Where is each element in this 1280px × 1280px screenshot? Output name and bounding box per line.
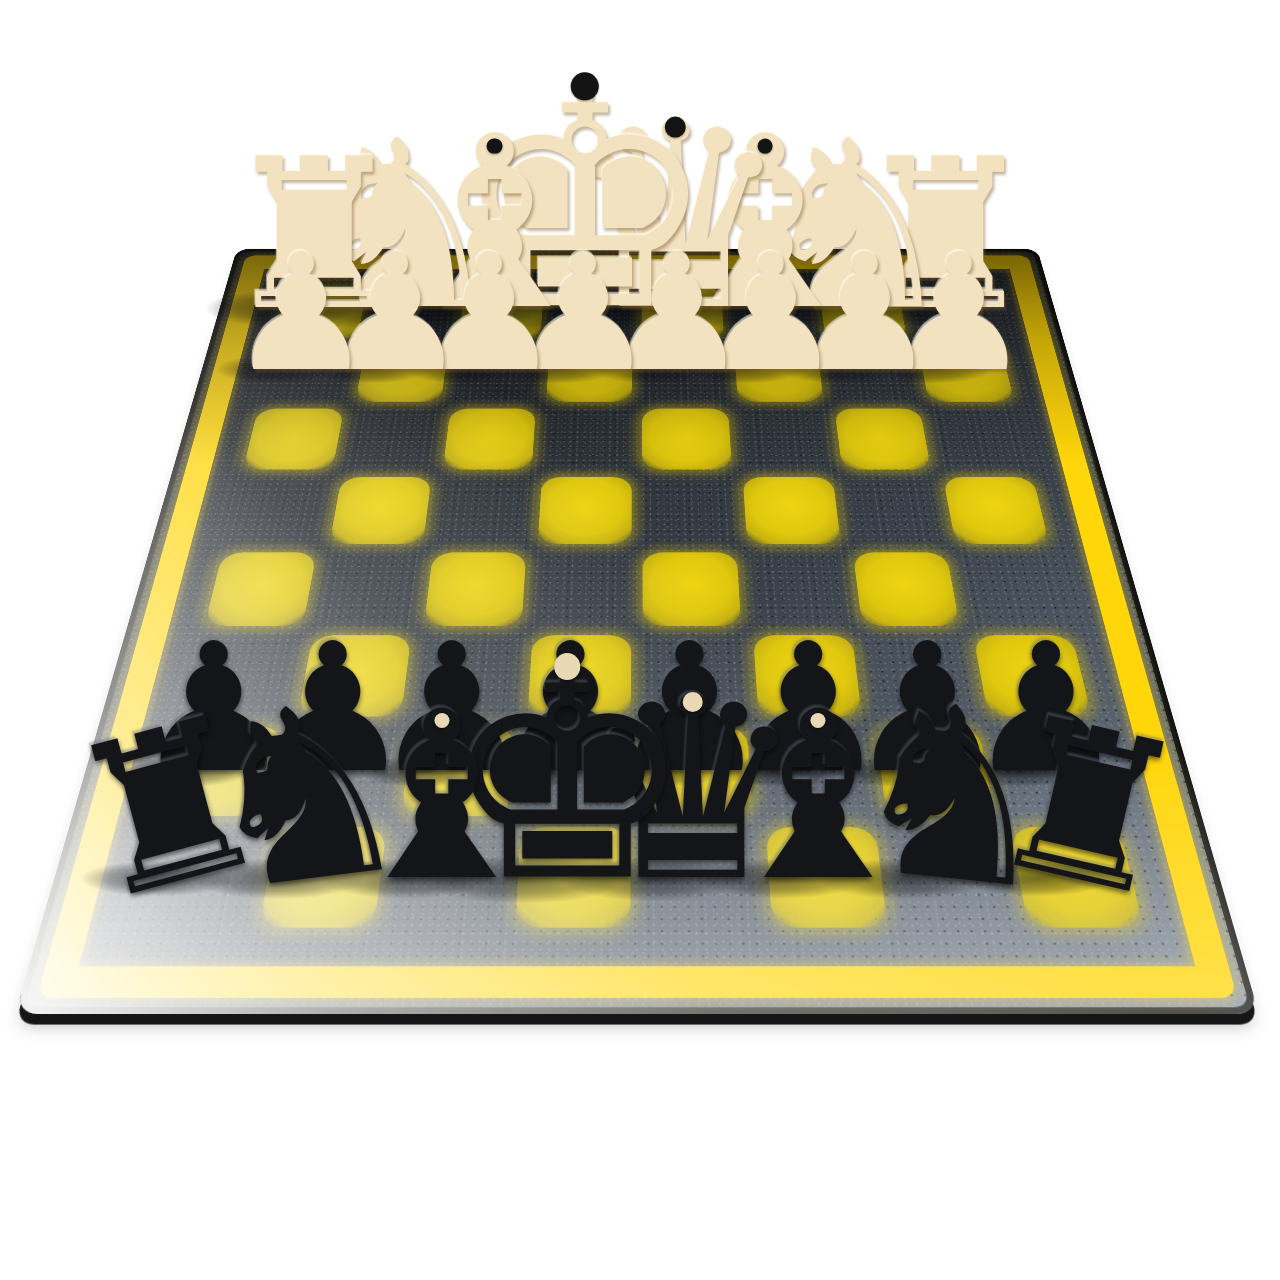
piece-white-pawn-h2[interactable]: ♟ — [228, 232, 373, 394]
finial-dot — [811, 713, 826, 728]
finial-dot — [434, 713, 449, 728]
scene: ♜♞♝♛♚♝♞♜♟♟♟♟♟♟♟♟♟♟♟♟♟♟♟♟♜♞♝♛♚♝♞♜ — [0, 0, 1280, 1280]
pieces-layer: ♜♞♝♛♚♝♞♜♟♟♟♟♟♟♟♟♟♟♟♟♟♟♟♟♜♞♝♛♚♝♞♜ — [0, 0, 1280, 1280]
finial-dot — [554, 653, 581, 680]
